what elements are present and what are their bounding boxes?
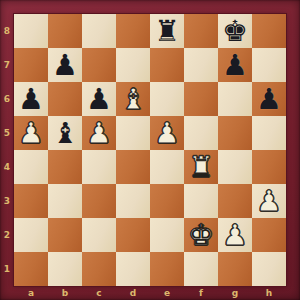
square-a6[interactable]: ♟ — [14, 82, 48, 116]
square-b1[interactable] — [48, 252, 82, 286]
square-a1[interactable] — [14, 252, 48, 286]
square-f8[interactable] — [184, 14, 218, 48]
piece-black-pawn-b7[interactable]: ♟ — [52, 48, 78, 82]
piece-black-rook-e8[interactable]: ♜ — [154, 14, 180, 48]
file-label-a: a — [14, 286, 48, 300]
file-label-f: f — [184, 286, 218, 300]
square-c8[interactable] — [82, 14, 116, 48]
square-e1[interactable] — [150, 252, 184, 286]
square-c7[interactable] — [82, 48, 116, 82]
rank-label-4: 4 — [0, 150, 14, 184]
square-e8[interactable]: ♜ — [150, 14, 184, 48]
square-e2[interactable] — [150, 218, 184, 252]
file-labels: abcdefgh — [14, 286, 286, 300]
square-g2[interactable]: ♟ — [218, 218, 252, 252]
rank-labels: 87654321 — [0, 14, 14, 286]
file-label-d: d — [116, 286, 150, 300]
square-c1[interactable] — [82, 252, 116, 286]
square-c6[interactable]: ♟ — [82, 82, 116, 116]
rank-label-3: 3 — [0, 184, 14, 218]
square-f2[interactable]: ♚ — [184, 218, 218, 252]
piece-black-pawn-h6[interactable]: ♟ — [256, 82, 282, 116]
square-b5[interactable]: ♝ — [48, 116, 82, 150]
square-a5[interactable]: ♟ — [14, 116, 48, 150]
rank-label-6: 6 — [0, 82, 14, 116]
square-a4[interactable] — [14, 150, 48, 184]
square-b3[interactable] — [48, 184, 82, 218]
piece-white-pawn-h3[interactable]: ♟ — [256, 184, 282, 218]
square-f6[interactable] — [184, 82, 218, 116]
square-e5[interactable]: ♟ — [150, 116, 184, 150]
square-g8[interactable]: ♚ — [218, 14, 252, 48]
square-h3[interactable]: ♟ — [252, 184, 286, 218]
square-f5[interactable] — [184, 116, 218, 150]
piece-black-bishop-b5[interactable]: ♝ — [52, 116, 78, 150]
square-d4[interactable] — [116, 150, 150, 184]
square-d5[interactable] — [116, 116, 150, 150]
square-g1[interactable] — [218, 252, 252, 286]
rank-label-8: 8 — [0, 14, 14, 48]
square-b2[interactable] — [48, 218, 82, 252]
square-h7[interactable] — [252, 48, 286, 82]
square-d2[interactable] — [116, 218, 150, 252]
square-b8[interactable] — [48, 14, 82, 48]
square-g7[interactable]: ♟ — [218, 48, 252, 82]
square-h2[interactable] — [252, 218, 286, 252]
square-b4[interactable] — [48, 150, 82, 184]
rank-label-2: 2 — [0, 218, 14, 252]
square-d8[interactable] — [116, 14, 150, 48]
rank-label-5: 5 — [0, 116, 14, 150]
square-f4[interactable]: ♜ — [184, 150, 218, 184]
chessboard: ♜♚♟♟♟♟♝♟♟♝♟♟♜♟♚♟ — [14, 14, 286, 286]
square-f3[interactable] — [184, 184, 218, 218]
square-f1[interactable] — [184, 252, 218, 286]
piece-black-king-g8[interactable]: ♚ — [222, 14, 248, 48]
square-e6[interactable] — [150, 82, 184, 116]
file-label-c: c — [82, 286, 116, 300]
square-a7[interactable] — [14, 48, 48, 82]
file-label-b: b — [48, 286, 82, 300]
file-label-g: g — [218, 286, 252, 300]
square-g6[interactable] — [218, 82, 252, 116]
square-h4[interactable] — [252, 150, 286, 184]
square-h1[interactable] — [252, 252, 286, 286]
piece-white-pawn-c5[interactable]: ♟ — [86, 116, 112, 150]
chessboard-frame: 87654321 abcdefgh ♜♚♟♟♟♟♝♟♟♝♟♟♜♟♚♟ — [0, 0, 300, 300]
file-label-e: e — [150, 286, 184, 300]
piece-white-king-f2[interactable]: ♚ — [188, 218, 214, 252]
square-h8[interactable] — [252, 14, 286, 48]
square-c3[interactable] — [82, 184, 116, 218]
square-d3[interactable] — [116, 184, 150, 218]
piece-black-pawn-g7[interactable]: ♟ — [222, 48, 248, 82]
piece-white-bishop-d6[interactable]: ♝ — [120, 82, 146, 116]
square-g3[interactable] — [218, 184, 252, 218]
piece-white-pawn-g2[interactable]: ♟ — [222, 218, 248, 252]
piece-white-pawn-e5[interactable]: ♟ — [154, 116, 180, 150]
square-h5[interactable] — [252, 116, 286, 150]
square-g4[interactable] — [218, 150, 252, 184]
rank-label-1: 1 — [0, 252, 14, 286]
square-a8[interactable] — [14, 14, 48, 48]
piece-black-pawn-a6[interactable]: ♟ — [18, 82, 44, 116]
square-d1[interactable] — [116, 252, 150, 286]
square-d6[interactable]: ♝ — [116, 82, 150, 116]
square-e4[interactable] — [150, 150, 184, 184]
square-a2[interactable] — [14, 218, 48, 252]
square-a3[interactable] — [14, 184, 48, 218]
square-g5[interactable] — [218, 116, 252, 150]
piece-white-pawn-a5[interactable]: ♟ — [18, 116, 44, 150]
square-h6[interactable]: ♟ — [252, 82, 286, 116]
square-e3[interactable] — [150, 184, 184, 218]
square-c2[interactable] — [82, 218, 116, 252]
square-b7[interactable]: ♟ — [48, 48, 82, 82]
rank-label-7: 7 — [0, 48, 14, 82]
square-b6[interactable] — [48, 82, 82, 116]
square-d7[interactable] — [116, 48, 150, 82]
square-f7[interactable] — [184, 48, 218, 82]
square-c5[interactable]: ♟ — [82, 116, 116, 150]
piece-black-pawn-c6[interactable]: ♟ — [86, 82, 112, 116]
piece-white-rook-f4[interactable]: ♜ — [188, 150, 214, 184]
square-c4[interactable] — [82, 150, 116, 184]
square-e7[interactable] — [150, 48, 184, 82]
file-label-h: h — [252, 286, 286, 300]
